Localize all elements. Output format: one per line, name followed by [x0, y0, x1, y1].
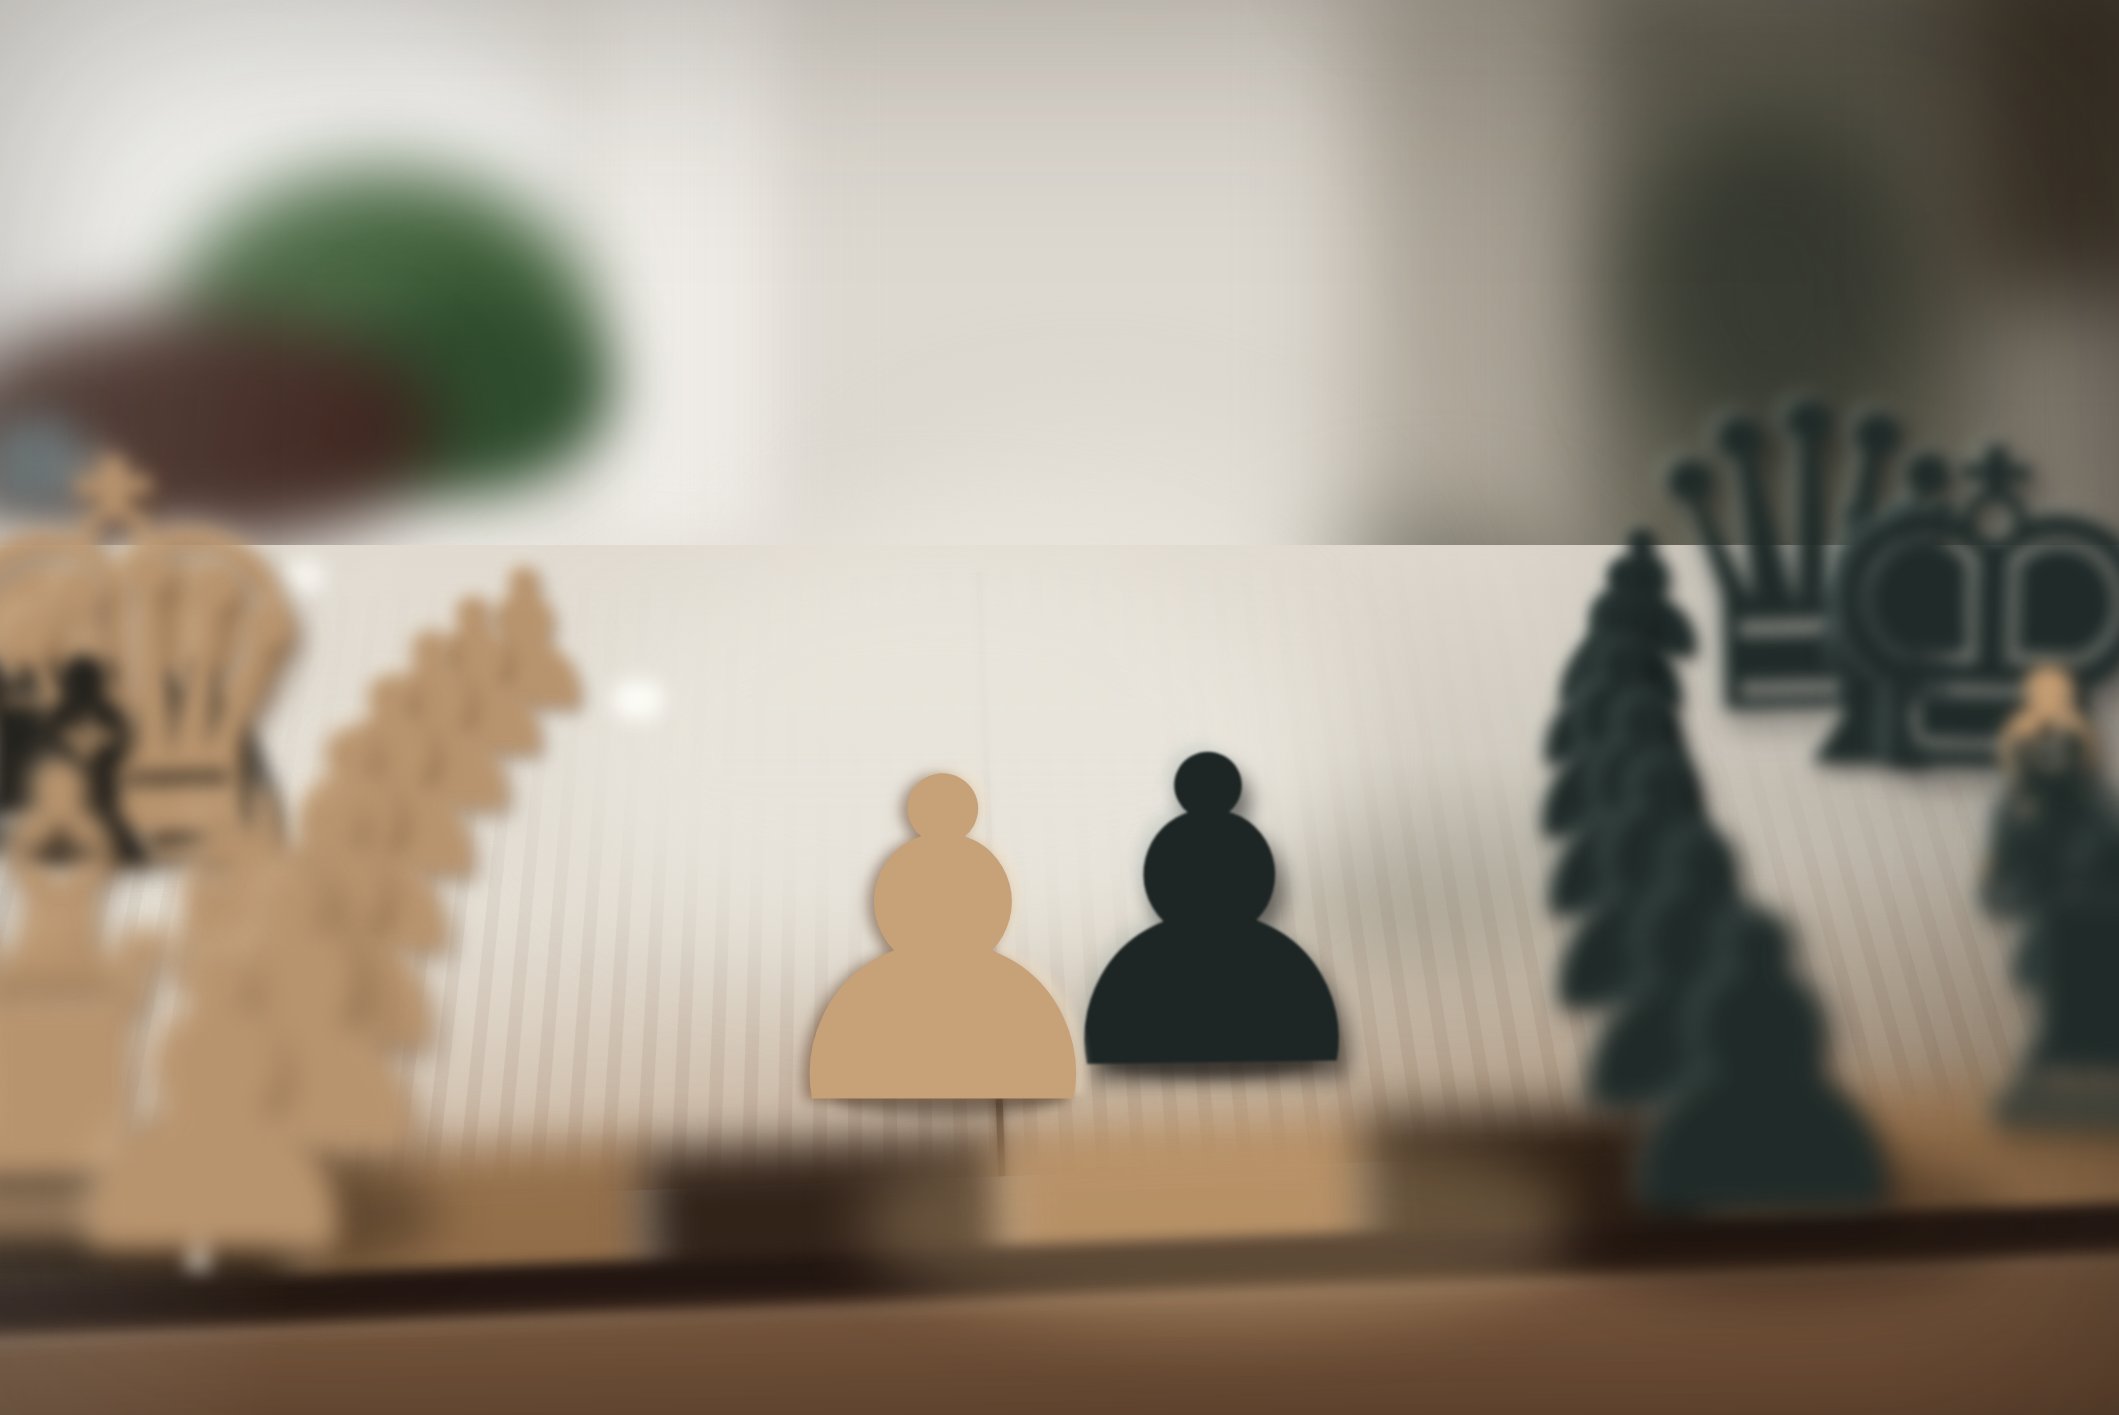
pieces-layer: ♜♟♞♟♟♛♟♝♟♚♚♟♟♜♞♛♝♟♝♟♟♞♝♟♟♞♟♟♟♜♟♟♜♟: [0, 0, 2119, 1415]
highlight-fleck: [612, 680, 664, 720]
piece-h7-black-pawn: ♟: [1578, 862, 1947, 1272]
photo-chess-scene: ♜♟♞♟♟♛♟♝♟♚♚♟♟♜♞♛♝♟♝♟♟♞♝♟♟♞♟♟♟♜♟♟♜♟: [0, 0, 2119, 1415]
piece-h2-white-pawn: ♟: [28, 898, 401, 1313]
piece-h8-black-rook: ♜: [1927, 784, 2119, 1194]
piece-e4-white-pawn: ♟: [744, 722, 1143, 1167]
